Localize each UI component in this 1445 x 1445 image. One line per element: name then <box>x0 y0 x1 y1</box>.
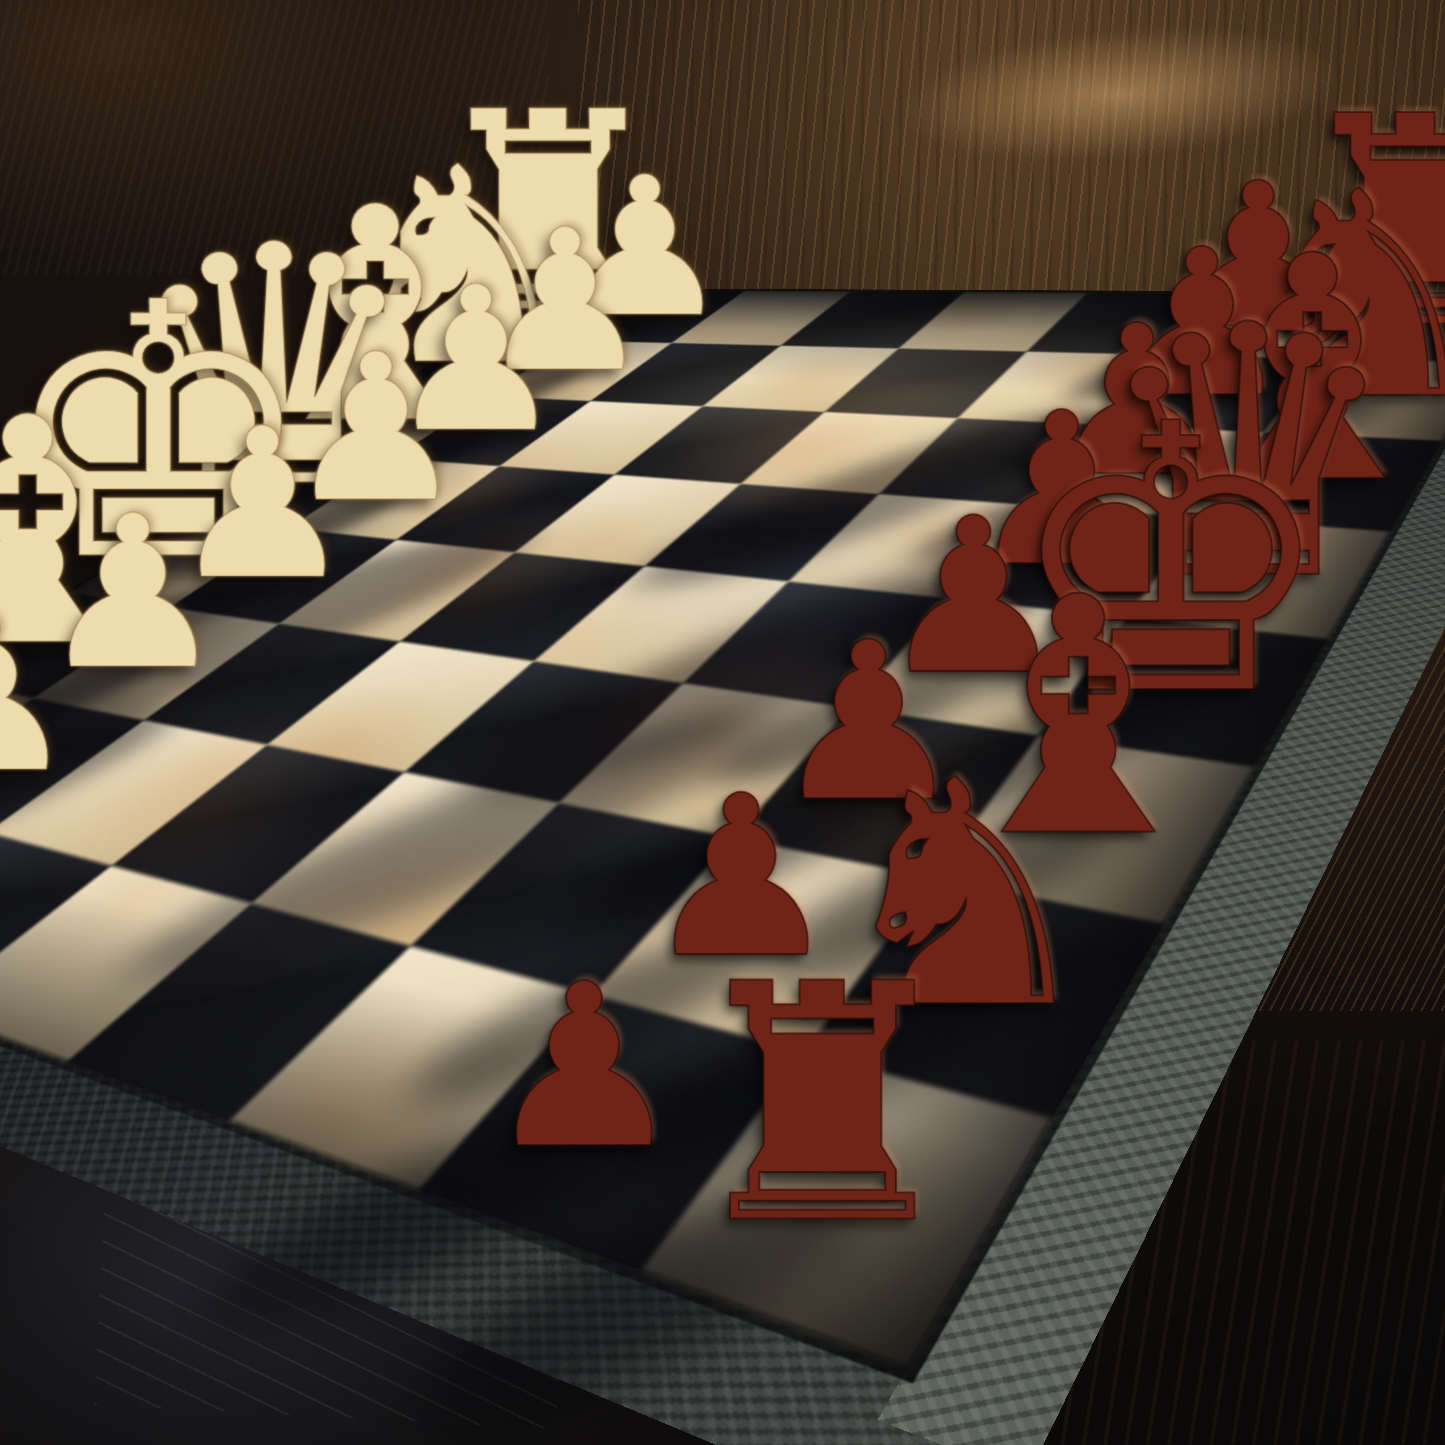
white-pawn-g2[interactable]: ♟ <box>0 587 80 802</box>
black-rook-h8[interactable]: ♜ <box>676 941 970 1268</box>
black-pawn-h7[interactable]: ♟ <box>483 954 686 1180</box>
photo-scene: { "game": "chess", "scene": "Overhead an… <box>0 0 1445 1445</box>
